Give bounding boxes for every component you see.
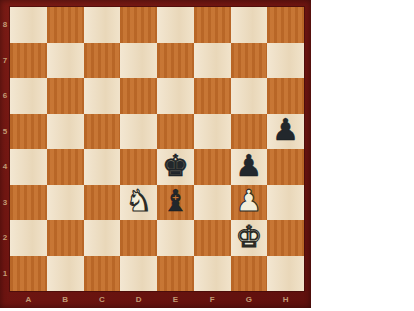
square-h2[interactable]	[267, 220, 304, 256]
square-e6[interactable]	[157, 78, 194, 114]
square-f1[interactable]	[194, 256, 231, 292]
rank-label-8: 8	[0, 7, 10, 43]
rank-label-4: 4	[0, 149, 10, 185]
square-c3[interactable]	[84, 185, 121, 221]
piece-bP-h5[interactable]: ♟	[272, 115, 299, 145]
square-f5[interactable]	[194, 114, 231, 150]
square-g8[interactable]	[231, 7, 268, 43]
square-b3[interactable]	[47, 185, 84, 221]
square-b4[interactable]	[47, 149, 84, 185]
square-f2[interactable]	[194, 220, 231, 256]
board-grid: ♟♚♟♞♝♟♚	[10, 7, 304, 291]
square-a6[interactable]	[10, 78, 47, 114]
file-label-d: D	[120, 291, 157, 308]
piece-bP-g4[interactable]: ♟	[235, 151, 262, 181]
square-h6[interactable]	[267, 78, 304, 114]
square-a8[interactable]	[10, 7, 47, 43]
square-c1[interactable]	[84, 256, 121, 292]
square-d2[interactable]	[120, 220, 157, 256]
piece-bB-e3[interactable]: ♝	[162, 186, 189, 216]
square-b1[interactable]	[47, 256, 84, 292]
square-c2[interactable]	[84, 220, 121, 256]
file-labels: ABCDEFGH	[10, 291, 304, 308]
square-e3[interactable]: ♝	[157, 185, 194, 221]
piece-wN-d3[interactable]: ♞	[125, 186, 152, 216]
square-g3[interactable]: ♟	[231, 185, 268, 221]
square-e7[interactable]	[157, 43, 194, 79]
chess-board: ♟♚♟♞♝♟♚ 87654321 ABCDEFGH	[0, 0, 311, 308]
square-a7[interactable]	[10, 43, 47, 79]
file-label-a: A	[10, 291, 47, 308]
square-b2[interactable]	[47, 220, 84, 256]
square-a4[interactable]	[10, 149, 47, 185]
square-e2[interactable]	[157, 220, 194, 256]
square-e4[interactable]: ♚	[157, 149, 194, 185]
square-d4[interactable]	[120, 149, 157, 185]
square-e5[interactable]	[157, 114, 194, 150]
square-b7[interactable]	[47, 43, 84, 79]
square-h8[interactable]	[267, 7, 304, 43]
square-d8[interactable]	[120, 7, 157, 43]
rank-label-5: 5	[0, 114, 10, 150]
square-g4[interactable]: ♟	[231, 149, 268, 185]
square-a2[interactable]	[10, 220, 47, 256]
square-d5[interactable]	[120, 114, 157, 150]
square-d6[interactable]	[120, 78, 157, 114]
square-h1[interactable]	[267, 256, 304, 292]
file-label-c: C	[84, 291, 121, 308]
piece-wP-g3[interactable]: ♟	[235, 186, 262, 216]
square-g1[interactable]	[231, 256, 268, 292]
square-b5[interactable]	[47, 114, 84, 150]
piece-wK-g2[interactable]: ♚	[235, 222, 262, 252]
file-label-h: H	[267, 291, 304, 308]
square-c7[interactable]	[84, 43, 121, 79]
square-c5[interactable]	[84, 114, 121, 150]
square-g5[interactable]	[231, 114, 268, 150]
square-d1[interactable]	[120, 256, 157, 292]
square-a5[interactable]	[10, 114, 47, 150]
square-c8[interactable]	[84, 7, 121, 43]
rank-label-3: 3	[0, 185, 10, 221]
file-label-g: G	[231, 291, 268, 308]
square-e8[interactable]	[157, 7, 194, 43]
square-e1[interactable]	[157, 256, 194, 292]
file-label-f: F	[194, 291, 231, 308]
square-f4[interactable]	[194, 149, 231, 185]
square-f8[interactable]	[194, 7, 231, 43]
rank-labels: 87654321	[0, 7, 10, 291]
square-g6[interactable]	[231, 78, 268, 114]
square-a3[interactable]	[10, 185, 47, 221]
square-f7[interactable]	[194, 43, 231, 79]
square-c6[interactable]	[84, 78, 121, 114]
rank-label-2: 2	[0, 220, 10, 256]
square-d7[interactable]	[120, 43, 157, 79]
square-g7[interactable]	[231, 43, 268, 79]
page: ♟♚♟♞♝♟♚ 87654321 ABCDEFGH	[0, 0, 414, 311]
square-b8[interactable]	[47, 7, 84, 43]
piece-bK-e4[interactable]: ♚	[162, 151, 189, 181]
file-label-b: B	[47, 291, 84, 308]
rank-label-6: 6	[0, 78, 10, 114]
file-label-e: E	[157, 291, 194, 308]
square-h4[interactable]	[267, 149, 304, 185]
square-f3[interactable]	[194, 185, 231, 221]
square-h5[interactable]: ♟	[267, 114, 304, 150]
square-a1[interactable]	[10, 256, 47, 292]
square-h7[interactable]	[267, 43, 304, 79]
square-b6[interactable]	[47, 78, 84, 114]
square-d3[interactable]: ♞	[120, 185, 157, 221]
rank-label-1: 1	[0, 256, 10, 292]
square-h3[interactable]	[267, 185, 304, 221]
square-g2[interactable]: ♚	[231, 220, 268, 256]
square-c4[interactable]	[84, 149, 121, 185]
rank-label-7: 7	[0, 43, 10, 79]
square-f6[interactable]	[194, 78, 231, 114]
